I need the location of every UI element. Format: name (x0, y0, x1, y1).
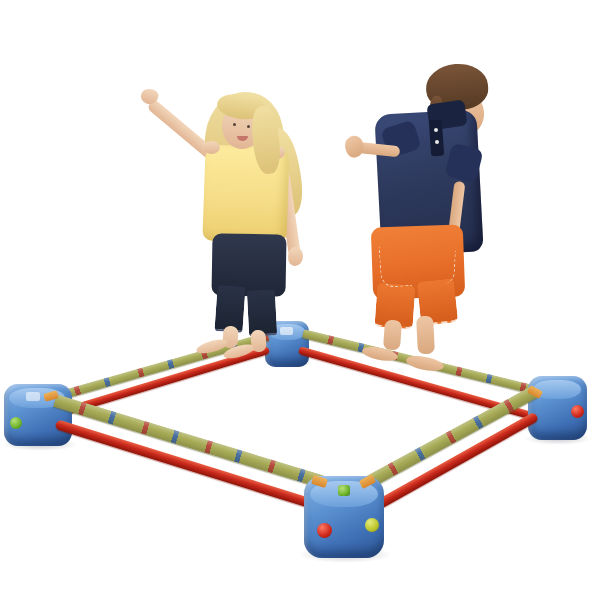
boy-eye-right (466, 102, 470, 104)
girl-left-shoulder (203, 141, 220, 154)
boy-shorts-stitch (379, 245, 413, 288)
girl-eye-left (233, 123, 236, 126)
beam-lower-right (365, 386, 538, 488)
bottom-block-yellow-button (365, 518, 379, 532)
girl-eye-right (247, 125, 250, 128)
left-block-green-button (10, 417, 22, 429)
boy-button-1 (434, 128, 438, 132)
right-block-red-button (571, 405, 584, 418)
studio-scene (0, 0, 590, 590)
bottom-block-top-button (338, 485, 350, 496)
girl-jeans-right-leg (247, 289, 277, 336)
boy-placket (429, 120, 444, 157)
boy-button-2 (435, 140, 439, 144)
boy-left-shin (383, 319, 402, 350)
girl-right-hand (288, 247, 303, 266)
boy-right-hand (341, 133, 368, 160)
bottom-block-red-button (317, 523, 332, 538)
corner-block-top-recess (280, 327, 293, 335)
corner-block-left-recess (26, 392, 40, 401)
corner-block-bottom (304, 476, 384, 558)
boy-right-shin (416, 316, 435, 355)
corner-block-left (4, 384, 72, 446)
boy-shorts-stitch-2 (427, 249, 456, 284)
corner-block-right (528, 376, 587, 440)
